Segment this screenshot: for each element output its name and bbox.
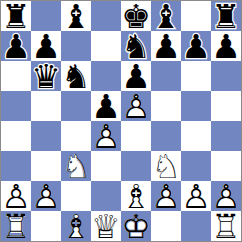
square-d3[interactable] <box>91 151 121 181</box>
square-g6[interactable] <box>181 61 211 91</box>
piece-white-pawn: ♙ <box>1 181 31 211</box>
square-h3[interactable] <box>211 151 241 181</box>
square-d4[interactable]: ♟♙ <box>91 121 121 151</box>
square-c4[interactable] <box>61 121 91 151</box>
white-knight-underlay: ♞ <box>61 151 91 181</box>
square-e1[interactable]: ♚♔ <box>121 211 151 241</box>
square-g4[interactable] <box>181 121 211 151</box>
white-pawn-underlay: ♟ <box>1 181 31 211</box>
piece-white-pawn: ♙ <box>181 181 211 211</box>
piece-black-pawn: ♟ <box>31 31 61 61</box>
square-h2[interactable]: ♟♙ <box>211 181 241 211</box>
square-d6[interactable] <box>91 61 121 91</box>
square-a6[interactable] <box>1 61 31 91</box>
white-bishop-underlay: ♝ <box>121 181 151 211</box>
square-g8[interactable] <box>181 1 211 31</box>
square-a5[interactable] <box>1 91 31 121</box>
black-pawn-underlay: ♟ <box>181 31 211 61</box>
square-a1[interactable]: ♜♖ <box>1 211 31 241</box>
piece-white-rook: ♖ <box>211 211 241 241</box>
piece-black-pawn: ♟ <box>1 31 31 61</box>
piece-white-knight: ♘ <box>151 151 181 181</box>
square-c7[interactable] <box>61 31 91 61</box>
square-b4[interactable] <box>31 121 61 151</box>
square-f6[interactable] <box>151 61 181 91</box>
square-h7[interactable]: ♟♟ <box>211 31 241 61</box>
piece-black-rook: ♜ <box>211 1 241 31</box>
square-f4[interactable] <box>151 121 181 151</box>
square-h8[interactable]: ♜♜ <box>211 1 241 31</box>
square-b7[interactable]: ♟♟ <box>31 31 61 61</box>
square-c5[interactable] <box>61 91 91 121</box>
square-h1[interactable]: ♜♖ <box>211 211 241 241</box>
black-pawn-underlay: ♟ <box>121 61 151 91</box>
piece-black-pawn: ♟ <box>151 31 181 61</box>
square-c2[interactable] <box>61 181 91 211</box>
white-pawn-underlay: ♟ <box>31 181 61 211</box>
white-pawn-underlay: ♟ <box>91 121 121 151</box>
square-f5[interactable] <box>151 91 181 121</box>
square-g3[interactable] <box>181 151 211 181</box>
piece-black-pawn: ♟ <box>211 31 241 61</box>
black-knight-underlay: ♞ <box>61 61 91 91</box>
square-h5[interactable] <box>211 91 241 121</box>
piece-black-bishop: ♝ <box>61 1 91 31</box>
piece-white-rook: ♖ <box>1 211 31 241</box>
black-pawn-underlay: ♟ <box>31 31 61 61</box>
black-bishop-underlay: ♝ <box>61 1 91 31</box>
piece-black-king: ♚ <box>121 1 151 31</box>
square-g7[interactable]: ♟♟ <box>181 31 211 61</box>
white-rook-underlay: ♜ <box>1 211 31 241</box>
white-knight-underlay: ♞ <box>151 151 181 181</box>
white-pawn-underlay: ♟ <box>151 181 181 211</box>
square-d8[interactable] <box>91 1 121 31</box>
piece-white-pawn: ♙ <box>121 91 151 121</box>
black-pawn-underlay: ♟ <box>211 31 241 61</box>
piece-white-pawn: ♙ <box>151 181 181 211</box>
square-g2[interactable]: ♟♙ <box>181 181 211 211</box>
square-f1[interactable] <box>151 211 181 241</box>
square-e5[interactable]: ♟♙ <box>121 91 151 121</box>
square-c6[interactable]: ♞♞ <box>61 61 91 91</box>
piece-black-rook: ♜ <box>1 1 31 31</box>
piece-white-king: ♔ <box>121 211 151 241</box>
square-c1[interactable]: ♝♗ <box>61 211 91 241</box>
square-b5[interactable] <box>31 91 61 121</box>
piece-black-knight: ♞ <box>121 31 151 61</box>
black-rook-underlay: ♜ <box>211 1 241 31</box>
black-pawn-underlay: ♟ <box>1 31 31 61</box>
square-c3[interactable]: ♞♘ <box>61 151 91 181</box>
square-b3[interactable] <box>31 151 61 181</box>
square-e7[interactable]: ♞♞ <box>121 31 151 61</box>
piece-black-pawn: ♟ <box>91 91 121 121</box>
square-d2[interactable] <box>91 181 121 211</box>
square-h6[interactable] <box>211 61 241 91</box>
square-f2[interactable]: ♟♙ <box>151 181 181 211</box>
square-h4[interactable] <box>211 121 241 151</box>
square-b2[interactable]: ♟♙ <box>31 181 61 211</box>
piece-black-pawn: ♟ <box>181 31 211 61</box>
chess-board: ♜♜♝♝♚♚♝♝♜♜♟♟♟♟♞♞♟♟♟♟♟♟♛♛♞♞♟♟♟♟♟♙♟♙♞♘♞♘♟♙… <box>0 0 242 242</box>
piece-white-bishop: ♗ <box>121 181 151 211</box>
piece-black-queen: ♛ <box>31 61 61 91</box>
black-queen-underlay: ♛ <box>31 61 61 91</box>
square-e4[interactable] <box>121 121 151 151</box>
square-b1[interactable] <box>31 211 61 241</box>
square-g1[interactable] <box>181 211 211 241</box>
square-d1[interactable]: ♛♕ <box>91 211 121 241</box>
white-pawn-underlay: ♟ <box>181 181 211 211</box>
black-bishop-underlay: ♝ <box>151 1 181 31</box>
square-e3[interactable] <box>121 151 151 181</box>
square-e2[interactable]: ♝♗ <box>121 181 151 211</box>
piece-white-pawn: ♙ <box>31 181 61 211</box>
piece-black-bishop: ♝ <box>151 1 181 31</box>
square-a4[interactable] <box>1 121 31 151</box>
square-f7[interactable]: ♟♟ <box>151 31 181 61</box>
square-a7[interactable]: ♟♟ <box>1 31 31 61</box>
white-rook-underlay: ♜ <box>211 211 241 241</box>
black-king-underlay: ♚ <box>121 1 151 31</box>
white-queen-underlay: ♛ <box>91 211 121 241</box>
square-b8[interactable] <box>31 1 61 31</box>
piece-white-pawn: ♙ <box>211 181 241 211</box>
black-pawn-underlay: ♟ <box>151 31 181 61</box>
square-e6[interactable]: ♟♟ <box>121 61 151 91</box>
white-king-underlay: ♚ <box>121 211 151 241</box>
piece-white-knight: ♘ <box>61 151 91 181</box>
square-f8[interactable]: ♝♝ <box>151 1 181 31</box>
square-f3[interactable]: ♞♘ <box>151 151 181 181</box>
white-pawn-underlay: ♟ <box>121 91 151 121</box>
black-pawn-underlay: ♟ <box>91 91 121 121</box>
square-e8[interactable]: ♚♚ <box>121 1 151 31</box>
square-c8[interactable]: ♝♝ <box>61 1 91 31</box>
piece-black-pawn: ♟ <box>121 61 151 91</box>
white-pawn-underlay: ♟ <box>211 181 241 211</box>
black-knight-underlay: ♞ <box>121 31 151 61</box>
square-b6[interactable]: ♛♛ <box>31 61 61 91</box>
square-d7[interactable] <box>91 31 121 61</box>
square-a2[interactable]: ♟♙ <box>1 181 31 211</box>
square-d5[interactable]: ♟♟ <box>91 91 121 121</box>
square-a3[interactable] <box>1 151 31 181</box>
square-a8[interactable]: ♜♜ <box>1 1 31 31</box>
piece-white-pawn: ♙ <box>91 121 121 151</box>
black-rook-underlay: ♜ <box>1 1 31 31</box>
piece-black-knight: ♞ <box>61 61 91 91</box>
piece-white-bishop: ♗ <box>61 211 91 241</box>
white-bishop-underlay: ♝ <box>61 211 91 241</box>
square-g5[interactable] <box>181 91 211 121</box>
piece-white-queen: ♕ <box>91 211 121 241</box>
